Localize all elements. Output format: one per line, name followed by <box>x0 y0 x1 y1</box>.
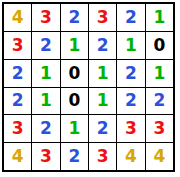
cell-digit: 0 <box>68 65 80 82</box>
cell-digit: 2 <box>12 92 24 109</box>
grid-cell-r4c2: 1 <box>32 88 59 115</box>
grid-cell-r5c4: 2 <box>89 115 116 142</box>
grid-cell-r6c6: 4 <box>146 143 173 170</box>
cell-digit: 2 <box>97 37 109 54</box>
cell-digit: 3 <box>125 120 137 137</box>
cell-digit: 1 <box>97 65 109 82</box>
grid-cell-r5c2: 2 <box>32 115 59 142</box>
grid-cell-r1c5: 2 <box>117 4 144 31</box>
grid-cell-r2c5: 1 <box>117 32 144 59</box>
cell-digit: 2 <box>68 9 80 26</box>
cell-digit: 3 <box>40 9 52 26</box>
cell-digit: 1 <box>40 65 52 82</box>
grid-cell-r5c6: 3 <box>146 115 173 142</box>
cell-digit: 3 <box>97 148 109 165</box>
grid-cell-r1c1: 4 <box>4 4 31 31</box>
number-grid-board: 432321321210210121210122321233432344 <box>2 2 175 172</box>
grid-cell-r3c4: 1 <box>89 60 116 87</box>
cell-digit: 3 <box>12 120 24 137</box>
grid-cell-r1c4: 3 <box>89 4 116 31</box>
grid-cell-r6c5: 4 <box>117 143 144 170</box>
cell-digit: 3 <box>153 120 165 137</box>
cell-digit: 1 <box>68 37 80 54</box>
grid-cell-r4c6: 2 <box>146 88 173 115</box>
grid-cell-r1c3: 2 <box>61 4 88 31</box>
cell-digit: 3 <box>40 148 52 165</box>
cell-digit: 2 <box>125 9 137 26</box>
grid-cell-r3c3: 0 <box>61 60 88 87</box>
grid-cell-r4c4: 1 <box>89 88 116 115</box>
grid-cell-r5c5: 3 <box>117 115 144 142</box>
cell-digit: 1 <box>97 92 109 109</box>
grid-cell-r5c3: 1 <box>61 115 88 142</box>
grid-cell-r4c5: 2 <box>117 88 144 115</box>
cell-digit: 2 <box>125 65 137 82</box>
grid-cell-r6c4: 3 <box>89 143 116 170</box>
cell-digit: 2 <box>68 148 80 165</box>
grid-cell-r6c2: 3 <box>32 143 59 170</box>
cell-digit: 1 <box>153 65 165 82</box>
grid-cell-r2c3: 1 <box>61 32 88 59</box>
cell-digit: 4 <box>125 148 137 165</box>
cell-digit: 3 <box>97 9 109 26</box>
cell-digit: 2 <box>125 92 137 109</box>
grid-cell-r5c1: 3 <box>4 115 31 142</box>
grid-cell-r3c5: 2 <box>117 60 144 87</box>
cell-digit: 4 <box>12 148 24 165</box>
grid-cell-r6c1: 4 <box>4 143 31 170</box>
cell-digit: 4 <box>153 148 165 165</box>
grid-cell-r3c1: 2 <box>4 60 31 87</box>
grid-cell-r4c3: 0 <box>61 88 88 115</box>
cell-digit: 2 <box>40 37 52 54</box>
cell-digit: 0 <box>153 37 165 54</box>
cell-digit: 0 <box>68 92 80 109</box>
cell-digit: 1 <box>68 120 80 137</box>
grid-cell-r2c6: 0 <box>146 32 173 59</box>
grid-cell-r1c2: 3 <box>32 4 59 31</box>
grid-cell-r2c4: 2 <box>89 32 116 59</box>
grid-cell-r1c6: 1 <box>146 4 173 31</box>
cell-digit: 2 <box>153 92 165 109</box>
cell-digit: 2 <box>97 120 109 137</box>
cell-digit: 1 <box>153 9 165 26</box>
grid-cell-r6c3: 2 <box>61 143 88 170</box>
grid-cell-r2c2: 2 <box>32 32 59 59</box>
cell-digit: 4 <box>12 9 24 26</box>
grid-cell-r4c1: 2 <box>4 88 31 115</box>
grid-cell-r2c1: 3 <box>4 32 31 59</box>
cell-digit: 1 <box>40 92 52 109</box>
cell-digit: 3 <box>12 37 24 54</box>
cell-digit: 2 <box>12 65 24 82</box>
grid-cell-r3c6: 1 <box>146 60 173 87</box>
cell-digit: 1 <box>125 37 137 54</box>
grid-cell-r3c2: 1 <box>32 60 59 87</box>
cell-digit: 2 <box>40 120 52 137</box>
